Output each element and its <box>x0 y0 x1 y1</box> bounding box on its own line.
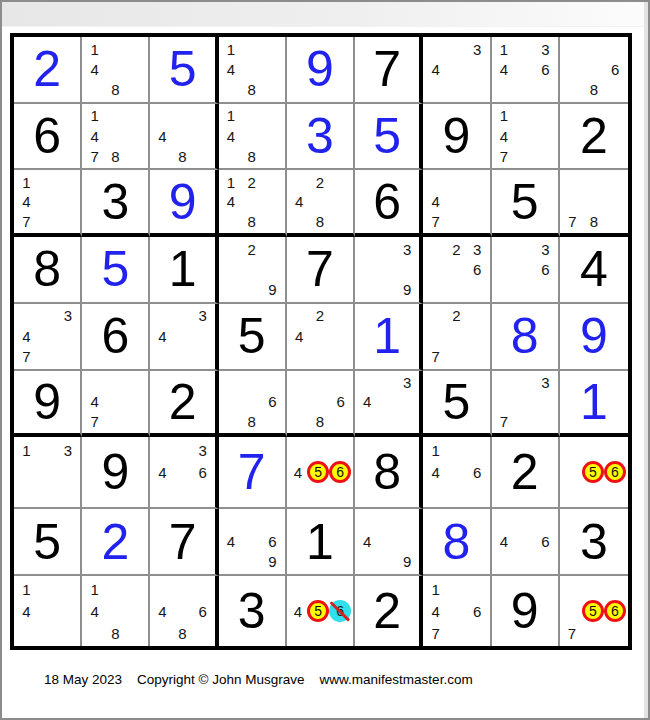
candidate-slot-empty <box>494 280 515 300</box>
cell-r3c4[interactable]: 1248 <box>219 170 287 237</box>
cell-r1c6-digit-7-given[interactable]: 7 <box>355 37 423 104</box>
candidate-slot-empty <box>37 212 58 232</box>
cell-r8c4[interactable]: 469 <box>219 509 287 576</box>
candidate-8: 8 <box>241 212 262 232</box>
cell-r1c5-digit-9-solved[interactable]: 9 <box>287 37 355 104</box>
candidate-slot-empty <box>514 259 535 279</box>
candidate-slot-empty <box>16 306 37 326</box>
candidate-4: 4 <box>152 126 172 146</box>
candidate-slot-empty <box>535 392 556 412</box>
cell-r7c9[interactable]: 56 <box>560 437 628 509</box>
candidate-slot-empty <box>446 79 467 99</box>
cell-r5c5[interactable]: 24 <box>287 304 355 371</box>
cell-r1c4[interactable]: 148 <box>219 37 287 104</box>
candidate-7: 7 <box>494 146 515 166</box>
cell-r6c4[interactable]: 68 <box>219 371 287 438</box>
candidate-slot-empty <box>37 439 58 461</box>
candidate-slot-empty <box>514 146 535 166</box>
cell-r9c5[interactable]: 456 <box>287 576 355 646</box>
candidate-slot-empty <box>330 306 351 326</box>
candidate-slot-empty <box>514 280 535 300</box>
cell-r8c6[interactable]: 49 <box>355 509 423 576</box>
candidate-6: 6 <box>535 532 556 552</box>
cell-r2c1-digit-6-given[interactable]: 6 <box>14 104 82 171</box>
candidate-4: 4 <box>289 192 310 212</box>
candidate-slot-empty <box>262 192 283 212</box>
candidate-slot-empty <box>289 392 310 412</box>
candidate-slot-empty <box>425 239 446 259</box>
candidate-4: 4 <box>494 126 515 146</box>
candidate-7: 7 <box>425 622 446 644</box>
candidate-slot-empty <box>37 578 58 600</box>
cell-r1c2[interactable]: 148 <box>82 37 150 104</box>
candidate-slot-empty <box>397 392 417 412</box>
candidate-2: 2 <box>446 239 467 259</box>
candidate-slot-empty <box>289 578 307 600</box>
cell-r9c7[interactable]: 1467 <box>423 576 491 646</box>
candidate-slot-empty <box>605 192 626 212</box>
candidate-8: 8 <box>105 146 126 166</box>
candidate-slot-empty <box>514 79 535 99</box>
cell-r5c4-digit-5-given[interactable]: 5 <box>219 304 287 371</box>
candidate-slot-empty <box>425 483 446 505</box>
candidate-slot-empty <box>329 439 351 461</box>
cell-r2c5-digit-3-solved[interactable]: 3 <box>287 104 355 171</box>
candidate-slot-empty <box>467 622 488 644</box>
candidate-slot-empty <box>377 412 397 432</box>
candidate-slot-empty <box>377 280 397 300</box>
candidate-slot-empty <box>221 280 242 300</box>
yellow-highlight-circle: 5 <box>582 600 604 622</box>
cell-r1c3-digit-5-solved[interactable]: 5 <box>150 37 218 104</box>
candidate-slot-empty <box>494 392 515 412</box>
cell-r5c3[interactable]: 34 <box>150 304 218 371</box>
cell-r3c2-digit-3-given[interactable]: 3 <box>82 170 150 237</box>
cell-r5c2-digit-6-given[interactable]: 6 <box>82 304 150 371</box>
candidate-1: 1 <box>221 172 242 192</box>
footer-date: 18 May 2023 <box>44 672 122 687</box>
candidate-slot-empty <box>16 483 37 505</box>
candidate-slot-empty <box>126 392 147 412</box>
cell-r8c5-digit-1-given[interactable]: 1 <box>287 509 355 576</box>
candidate-3: 3 <box>535 239 556 259</box>
candidate-slot-empty <box>357 412 377 432</box>
candidate-slot-empty <box>357 552 377 572</box>
candidate-slot-empty <box>57 461 78 483</box>
candidate-slot-empty <box>241 373 262 393</box>
candidate-slot-empty <box>307 622 329 644</box>
cell-r6c1-digit-9-given[interactable]: 9 <box>14 371 82 438</box>
cell-r9c9[interactable]: 567 <box>560 576 628 646</box>
cell-r9c8-digit-9-given[interactable]: 9 <box>492 576 560 646</box>
candidate-1: 1 <box>16 439 37 461</box>
candidate-slot-empty <box>582 622 604 644</box>
cell-r9c2[interactable]: 148 <box>82 576 150 646</box>
cell-r4c6[interactable]: 39 <box>355 237 423 304</box>
candidate-slot-empty <box>126 412 147 432</box>
candidate-slot-empty <box>377 259 397 279</box>
candidate-2: 2 <box>241 172 262 192</box>
cell-r8c1-digit-5-given[interactable]: 5 <box>14 509 82 576</box>
candidate-slot-empty <box>105 39 126 59</box>
candidate-slot-empty <box>126 578 147 600</box>
candidate-slot-empty <box>467 346 488 366</box>
candidate-slot-empty <box>173 326 193 346</box>
cell-r4c5-digit-7-given[interactable]: 7 <box>287 237 355 304</box>
candidate-6-highlighted: 6 <box>604 461 626 483</box>
candidate-slot-empty <box>84 622 105 644</box>
candidate-slot-empty <box>494 511 515 531</box>
candidate-slot-empty <box>535 106 556 126</box>
cell-r7c1[interactable]: 13 <box>14 437 82 509</box>
candidate-3: 3 <box>193 306 213 326</box>
cell-r6c2[interactable]: 47 <box>82 371 150 438</box>
candidate-slot-empty <box>126 126 147 146</box>
candidate-slot-empty <box>241 126 262 146</box>
candidate-slot-empty <box>105 412 126 432</box>
candidate-2: 2 <box>310 172 331 192</box>
candidate-slot-empty <box>446 461 467 483</box>
candidate-slot-empty <box>310 192 331 212</box>
candidate-slot-empty <box>562 439 582 461</box>
candidate-slot-empty <box>289 306 310 326</box>
candidate-slot-empty <box>221 239 242 259</box>
candidate-slot-empty <box>241 259 262 279</box>
candidate-slot-empty <box>582 483 604 505</box>
candidate-slot-empty <box>16 622 37 644</box>
candidate-1: 1 <box>494 39 515 59</box>
candidate-slot-empty <box>562 79 583 99</box>
cell-r9c4-digit-3-given[interactable]: 3 <box>219 576 287 646</box>
cell-r8c3-digit-7-given[interactable]: 7 <box>150 509 218 576</box>
candidate-slot-empty <box>193 578 213 600</box>
cell-r2c8[interactable]: 147 <box>492 104 560 171</box>
candidate-slot-empty <box>425 79 446 99</box>
yellow-highlight-circle: 5 <box>307 600 329 622</box>
candidate-slot-empty <box>193 146 213 166</box>
cell-r4c3-digit-1-given[interactable]: 1 <box>150 237 218 304</box>
candidate-slot-empty <box>494 259 515 279</box>
candidate-9: 9 <box>397 552 417 572</box>
candidate-slot-empty <box>105 126 126 146</box>
candidate-6: 6 <box>467 600 488 622</box>
candidate-slot-empty <box>425 259 446 279</box>
candidate-slot-empty <box>221 79 242 99</box>
candidate-8: 8 <box>310 212 331 232</box>
cell-r1c8[interactable]: 1346 <box>492 37 560 104</box>
candidate-slot-empty <box>514 39 535 59</box>
candidate-slot-empty <box>241 106 262 126</box>
candidate-slot-empty <box>262 79 283 99</box>
cell-r1c9[interactable]: 68 <box>560 37 628 104</box>
candidate-4: 4 <box>357 532 377 552</box>
candidate-slot-empty <box>37 306 58 326</box>
cell-r7c5[interactable]: 456 <box>287 437 355 509</box>
candidate-slot-empty <box>37 622 58 644</box>
candidate-slot-empty <box>289 373 310 393</box>
candidate-slot-empty <box>467 326 488 346</box>
cell-r4c4[interactable]: 29 <box>219 237 287 304</box>
candidate-4: 4 <box>16 192 37 212</box>
yellow-highlight-circle: 5 <box>582 461 604 483</box>
candidate-slot-empty <box>37 461 58 483</box>
candidate-slot-empty <box>583 59 604 79</box>
cell-r6c7-digit-5-given[interactable]: 5 <box>423 371 491 438</box>
candidate-slot-empty <box>262 126 283 146</box>
candidate-slot-empty <box>562 483 582 505</box>
cell-r2c9-digit-2-given[interactable]: 2 <box>560 104 628 171</box>
cell-r5c7[interactable]: 27 <box>423 304 491 371</box>
candidate-7: 7 <box>562 212 583 232</box>
candidate-slot-empty <box>173 461 193 483</box>
candidate-slot-empty <box>289 439 307 461</box>
cell-r6c5[interactable]: 68 <box>287 371 355 438</box>
candidate-slot-empty <box>330 192 351 212</box>
candidate-slot-empty <box>262 259 283 279</box>
candidate-4: 4 <box>425 600 446 622</box>
candidate-slot-empty <box>262 106 283 126</box>
cell-r7c7[interactable]: 146 <box>423 437 491 509</box>
cell-r3c8-digit-5-given[interactable]: 5 <box>492 170 560 237</box>
cell-r5c9-digit-9-solved[interactable]: 9 <box>560 304 628 371</box>
candidate-slot-empty <box>262 239 283 259</box>
candidate-slot-empty <box>535 79 556 99</box>
candidate-4: 4 <box>425 59 446 79</box>
candidate-slot-empty <box>562 461 582 483</box>
candidate-slot-empty <box>289 483 307 505</box>
candidate-slot-empty <box>446 59 467 79</box>
candidate-7: 7 <box>84 146 105 166</box>
candidate-4: 4 <box>289 600 307 622</box>
candidate-slot-empty <box>37 326 58 346</box>
candidate-1: 1 <box>84 578 105 600</box>
cell-r4c9-digit-4-given[interactable]: 4 <box>560 237 628 304</box>
candidate-slot-empty <box>173 346 193 366</box>
candidate-slot-empty <box>446 212 467 232</box>
candidate-slot-empty <box>582 439 604 461</box>
cell-r6c3-digit-2-given[interactable]: 2 <box>150 371 218 438</box>
cell-r3c6-digit-6-given[interactable]: 6 <box>355 170 423 237</box>
candidate-slot-empty <box>329 622 351 644</box>
candidate-slot-empty <box>105 59 126 79</box>
cell-r8c2-digit-2-solved[interactable]: 2 <box>82 509 150 576</box>
cell-r7c3[interactable]: 346 <box>150 437 218 509</box>
candidate-slot-empty <box>126 373 147 393</box>
footer-website: www.manifestmaster.com <box>320 672 473 687</box>
cell-r6c8[interactable]: 37 <box>492 371 560 438</box>
candidate-slot-empty <box>425 326 446 346</box>
candidate-1: 1 <box>221 39 242 59</box>
window-top-bar <box>2 2 648 27</box>
candidate-slot-empty <box>262 59 283 79</box>
candidate-slot-empty <box>357 373 377 393</box>
candidate-slot-empty <box>467 79 488 99</box>
candidate-slot-empty <box>289 622 307 644</box>
cell-r9c6-digit-2-given[interactable]: 2 <box>355 576 423 646</box>
candidate-slot-empty <box>105 373 126 393</box>
sudoku-board: 2148514897341346686147848148359147214739… <box>10 33 632 650</box>
cell-r3c5[interactable]: 248 <box>287 170 355 237</box>
cell-r2c7-digit-9-given[interactable]: 9 <box>423 104 491 171</box>
candidate-9: 9 <box>262 280 283 300</box>
candidate-slot-empty <box>377 373 397 393</box>
candidate-slot-empty <box>152 622 172 644</box>
cell-r6c6[interactable]: 34 <box>355 371 423 438</box>
candidate-slot-empty <box>446 192 467 212</box>
candidate-slot-empty <box>221 373 242 393</box>
candidate-7: 7 <box>494 412 515 432</box>
candidate-slot-empty <box>37 346 58 366</box>
candidate-slot-empty <box>307 439 329 461</box>
candidate-slot-empty <box>310 326 331 346</box>
candidate-slot-empty <box>377 552 397 572</box>
candidate-9: 9 <box>397 280 417 300</box>
candidate-4: 4 <box>221 532 242 552</box>
cell-r2c6-digit-5-solved[interactable]: 5 <box>355 104 423 171</box>
candidate-slot-empty <box>514 239 535 259</box>
candidate-slot-empty <box>446 622 467 644</box>
cell-r1c7[interactable]: 34 <box>423 37 491 104</box>
candidate-4: 4 <box>289 326 310 346</box>
cell-r4c1-digit-8-given[interactable]: 8 <box>14 237 82 304</box>
candidate-8: 8 <box>105 622 126 644</box>
candidate-slot-empty <box>514 392 535 412</box>
candidate-slot-empty <box>467 172 488 192</box>
candidate-slot-empty <box>193 346 213 366</box>
candidate-4: 4 <box>84 392 105 412</box>
candidate-slot-empty <box>535 552 556 572</box>
candidate-3: 3 <box>57 306 78 326</box>
candidate-slot-empty <box>173 306 193 326</box>
candidate-8: 8 <box>241 146 262 166</box>
cell-r4c8[interactable]: 36 <box>492 237 560 304</box>
candidate-slot-empty <box>425 280 446 300</box>
candidate-slot-empty <box>57 600 78 622</box>
cell-r7c6-digit-8-given[interactable]: 8 <box>355 437 423 509</box>
candidate-6: 6 <box>535 259 556 279</box>
candidate-slot-empty <box>446 578 467 600</box>
candidate-8: 8 <box>310 412 331 432</box>
cell-r6c9-digit-1-solved[interactable]: 1 <box>560 371 628 438</box>
candidate-slot-empty <box>514 373 535 393</box>
candidate-slot-empty <box>446 346 467 366</box>
candidate-slot-empty <box>514 412 535 432</box>
candidate-7: 7 <box>84 412 105 432</box>
candidate-slot-empty <box>377 392 397 412</box>
candidate-4: 4 <box>221 126 242 146</box>
candidate-slot-empty <box>262 212 283 232</box>
yellow-highlight-circle: 6 <box>329 461 351 483</box>
candidate-slot-empty <box>446 280 467 300</box>
candidate-slot-empty <box>307 578 329 600</box>
candidate-9: 9 <box>262 552 283 572</box>
candidate-slot-empty <box>152 578 172 600</box>
cell-r7c8-digit-2-given[interactable]: 2 <box>492 437 560 509</box>
candidate-slot-empty <box>37 192 58 212</box>
candidate-slot-empty <box>330 212 351 232</box>
candidate-slot-empty <box>330 172 351 192</box>
candidate-slot-empty <box>57 192 78 212</box>
candidate-slot-empty <box>467 306 488 326</box>
cell-r8c9-digit-3-given[interactable]: 3 <box>560 509 628 576</box>
cell-r8c7-digit-8-solved[interactable]: 8 <box>423 509 491 576</box>
cell-r1c1-digit-2-solved[interactable]: 2 <box>14 37 82 104</box>
candidate-slot-empty <box>397 511 417 531</box>
candidate-slot-empty <box>446 326 467 346</box>
candidate-slot-empty <box>173 106 193 126</box>
candidate-slot-empty <box>330 373 351 393</box>
cell-r3c9[interactable]: 78 <box>560 170 628 237</box>
candidate-slot-empty <box>446 483 467 505</box>
cell-r7c2-digit-9-given[interactable]: 9 <box>82 437 150 509</box>
candidate-slot-empty <box>126 79 147 99</box>
candidate-1: 1 <box>425 439 446 461</box>
cell-r2c2[interactable]: 1478 <box>82 104 150 171</box>
candidate-slot-empty <box>105 578 126 600</box>
cell-r4c2-digit-5-solved[interactable]: 5 <box>82 237 150 304</box>
cell-r3c7[interactable]: 47 <box>423 170 491 237</box>
candidate-slot-empty <box>173 578 193 600</box>
candidate-slot-empty <box>467 578 488 600</box>
cell-r7c4-digit-7-solved[interactable]: 7 <box>219 437 287 509</box>
candidate-slot-empty <box>126 622 147 644</box>
cell-r3c3-digit-9-solved[interactable]: 9 <box>150 170 218 237</box>
app-window: 2148514897341346686147848148359147214739… <box>0 0 650 720</box>
candidate-slot-empty <box>126 146 147 166</box>
candidate-8: 8 <box>105 79 126 99</box>
candidate-slot-empty <box>126 59 147 79</box>
cell-r9c3[interactable]: 468 <box>150 576 218 646</box>
candidate-slot-empty <box>241 392 262 412</box>
cell-r5c8-digit-8-solved[interactable]: 8 <box>492 304 560 371</box>
cell-r5c1[interactable]: 347 <box>14 304 82 371</box>
candidate-7: 7 <box>562 622 582 644</box>
cell-r8c8[interactable]: 46 <box>492 509 560 576</box>
candidate-slot-empty <box>307 483 329 505</box>
candidate-3: 3 <box>535 373 556 393</box>
candidate-7: 7 <box>16 346 37 366</box>
candidate-5-highlighted: 5 <box>582 600 604 622</box>
candidate-4: 4 <box>16 600 37 622</box>
candidate-slot-empty <box>262 412 283 432</box>
cell-r3c1[interactable]: 147 <box>14 170 82 237</box>
cell-r5c6-digit-1-solved[interactable]: 1 <box>355 304 423 371</box>
candidate-slot-empty <box>535 126 556 146</box>
candidate-2: 2 <box>310 306 331 326</box>
candidate-slot-empty <box>514 59 535 79</box>
candidate-slot-empty <box>605 212 626 232</box>
candidate-8: 8 <box>173 622 193 644</box>
cell-r9c1[interactable]: 14 <box>14 576 82 646</box>
candidate-3: 3 <box>535 39 556 59</box>
cell-r2c4[interactable]: 148 <box>219 104 287 171</box>
cell-r2c3[interactable]: 48 <box>150 104 218 171</box>
candidate-8: 8 <box>173 146 193 166</box>
candidate-slot-empty <box>152 306 172 326</box>
candidate-slot-empty <box>562 39 583 59</box>
candidate-slot-empty <box>310 373 331 393</box>
candidate-slot-empty <box>221 259 242 279</box>
candidate-slot-empty <box>329 483 351 505</box>
candidate-slot-empty <box>310 392 331 412</box>
cell-r4c7[interactable]: 236 <box>423 237 491 304</box>
candidate-slot-empty <box>514 511 535 531</box>
candidate-slot-empty <box>37 483 58 505</box>
candidate-slot-empty <box>467 192 488 212</box>
candidate-slot-empty <box>514 532 535 552</box>
candidate-slot-empty <box>535 280 556 300</box>
candidate-slot-empty <box>193 326 213 346</box>
